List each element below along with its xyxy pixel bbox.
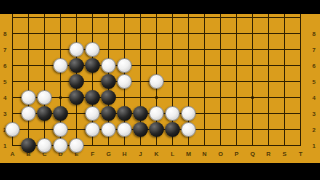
stone-white-C1[interactable] <box>37 138 52 153</box>
stone-white-E7[interactable] <box>69 42 84 57</box>
grid-hline <box>12 33 301 34</box>
row-label-right-5: 5 <box>312 79 315 85</box>
hoshi-point-Q4 <box>251 96 254 99</box>
row-label-right-6: 6 <box>312 63 315 69</box>
row-label-left-3: 3 <box>3 111 6 117</box>
stone-white-F3[interactable] <box>85 106 100 121</box>
stone-white-K3[interactable] <box>149 106 164 121</box>
row-label-left-5: 5 <box>3 79 6 85</box>
row-label-right-2: 2 <box>312 127 315 133</box>
stone-white-D2[interactable] <box>53 122 68 137</box>
stone-white-F7[interactable] <box>85 42 100 57</box>
column-label-H: H <box>122 151 126 157</box>
stone-black-G3[interactable] <box>101 106 116 121</box>
column-label-N: N <box>202 151 206 157</box>
stone-black-J3[interactable] <box>133 106 148 121</box>
stone-black-E6[interactable] <box>69 58 84 73</box>
stone-white-D6[interactable] <box>53 58 68 73</box>
row-label-right-8: 8 <box>312 31 315 37</box>
hoshi-point-K4 <box>155 96 158 99</box>
letterbox-bottom <box>0 163 320 180</box>
row-label-left-1: 1 <box>3 143 6 149</box>
stone-black-F4[interactable] <box>85 90 100 105</box>
stone-black-G4[interactable] <box>101 90 116 105</box>
column-label-J: J <box>139 151 142 157</box>
stone-white-H6[interactable] <box>117 58 132 73</box>
column-label-F: F <box>91 151 95 157</box>
stone-white-G2[interactable] <box>101 122 116 137</box>
stone-white-D1[interactable] <box>53 138 68 153</box>
stone-black-K2[interactable] <box>149 122 164 137</box>
column-label-R: R <box>266 151 270 157</box>
stone-black-J2[interactable] <box>133 122 148 137</box>
row-label-right-4: 4 <box>312 95 315 101</box>
stone-white-B3[interactable] <box>21 106 36 121</box>
go-board[interactable]: ABCDEFGHJKLMNOPQRST1122334455667788 <box>0 14 320 163</box>
column-label-G: G <box>106 151 111 157</box>
stone-white-L3[interactable] <box>165 106 180 121</box>
video-frame: ABCDEFGHJKLMNOPQRST1122334455667788 <box>0 0 320 180</box>
row-label-left-4: 4 <box>3 95 6 101</box>
row-label-left-6: 6 <box>3 63 6 69</box>
column-label-A: A <box>10 151 14 157</box>
hoshi-point-D4 <box>59 96 62 99</box>
stone-black-F6[interactable] <box>85 58 100 73</box>
letterbox-top <box>0 0 320 14</box>
stone-black-H3[interactable] <box>117 106 132 121</box>
column-label-P: P <box>234 151 238 157</box>
grid-hline <box>12 17 301 18</box>
stone-white-B4[interactable] <box>21 90 36 105</box>
column-label-M: M <box>186 151 191 157</box>
row-label-right-1: 1 <box>312 143 315 149</box>
column-label-K: K <box>154 151 158 157</box>
stone-black-E5[interactable] <box>69 74 84 89</box>
stone-white-H5[interactable] <box>117 74 132 89</box>
row-label-right-3: 3 <box>312 111 315 117</box>
stone-black-D3[interactable] <box>53 106 68 121</box>
row-label-left-8: 8 <box>3 31 6 37</box>
stone-black-L2[interactable] <box>165 122 180 137</box>
stone-white-M3[interactable] <box>181 106 196 121</box>
column-label-T: T <box>299 151 303 157</box>
stone-white-C4[interactable] <box>37 90 52 105</box>
column-label-S: S <box>282 151 286 157</box>
stone-white-F2[interactable] <box>85 122 100 137</box>
stone-black-B1[interactable] <box>21 138 36 153</box>
grid-hline <box>12 49 301 50</box>
column-label-O: O <box>218 151 223 157</box>
stone-black-C3[interactable] <box>37 106 52 121</box>
stone-white-A2[interactable] <box>5 122 20 137</box>
row-label-left-7: 7 <box>3 47 6 53</box>
stone-white-E1[interactable] <box>69 138 84 153</box>
column-label-L: L <box>171 151 175 157</box>
row-label-right-7: 7 <box>312 47 315 53</box>
stone-white-K5[interactable] <box>149 74 164 89</box>
stone-white-M2[interactable] <box>181 122 196 137</box>
stone-white-H2[interactable] <box>117 122 132 137</box>
stone-black-E4[interactable] <box>69 90 84 105</box>
stone-black-G5[interactable] <box>101 74 116 89</box>
stone-white-G6[interactable] <box>101 58 116 73</box>
column-label-Q: Q <box>250 151 255 157</box>
